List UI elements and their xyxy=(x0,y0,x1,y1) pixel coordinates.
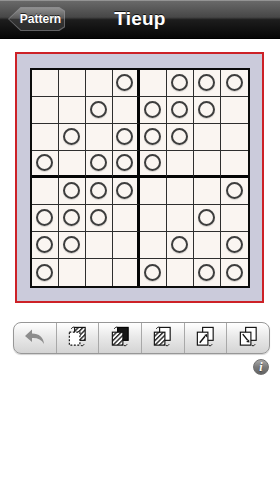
tieup-cell-r1c5[interactable] xyxy=(140,70,167,97)
tieup-grid[interactable] xyxy=(30,68,250,288)
tieup-cell-r8c1[interactable] xyxy=(32,259,59,286)
circle-mark xyxy=(198,209,215,226)
info-icon: i xyxy=(259,361,262,373)
tieup-cell-r1c2[interactable] xyxy=(59,70,86,97)
circle-mark xyxy=(63,236,80,253)
tieup-cell-r4c5[interactable] xyxy=(140,151,167,178)
info-button[interactable]: i xyxy=(253,359,269,375)
tieup-cell-r4c4[interactable] xyxy=(113,151,140,178)
tieup-cell-r1c8[interactable] xyxy=(221,70,248,97)
tieup-cell-r4c3[interactable] xyxy=(86,151,113,178)
tieup-cell-r3c3[interactable] xyxy=(86,124,113,151)
tieup-cell-r6c1[interactable] xyxy=(32,205,59,232)
invert-pattern-button[interactable] xyxy=(99,323,142,353)
tieup-cell-r7c5[interactable] xyxy=(140,232,167,259)
tieup-cell-r6c3[interactable] xyxy=(86,205,113,232)
flip-diagonal-up-icon xyxy=(194,325,217,351)
tieup-cell-r7c6[interactable] xyxy=(167,232,194,259)
tieup-cell-r8c2[interactable] xyxy=(59,259,86,286)
tieup-cell-r5c5[interactable] xyxy=(140,178,167,205)
tieup-cell-r7c2[interactable] xyxy=(59,232,86,259)
circle-mark xyxy=(144,128,161,145)
circle-mark xyxy=(36,154,53,171)
clear-pattern-icon xyxy=(66,325,89,351)
circle-mark xyxy=(90,182,107,199)
tieup-cell-r3c6[interactable] xyxy=(167,124,194,151)
tieup-cell-r3c4[interactable] xyxy=(113,124,140,151)
invert-pattern-icon xyxy=(109,325,132,351)
circle-mark xyxy=(116,74,133,91)
circle-mark xyxy=(226,236,243,253)
tieup-cell-r3c5[interactable] xyxy=(140,124,167,151)
tieup-cell-r1c7[interactable] xyxy=(194,70,221,97)
circle-mark xyxy=(116,154,133,171)
tieup-cell-r2c6[interactable] xyxy=(167,97,194,124)
tieup-cell-r7c7[interactable] xyxy=(194,232,221,259)
tieup-cell-r1c1[interactable] xyxy=(32,70,59,97)
tieup-cell-r8c3[interactable] xyxy=(86,259,113,286)
circle-mark xyxy=(226,182,243,199)
circle-mark xyxy=(116,182,133,199)
tieup-cell-r3c8[interactable] xyxy=(221,124,248,151)
circle-mark xyxy=(171,74,188,91)
navigation-bar: Pattern Tieup xyxy=(0,0,280,39)
circle-mark xyxy=(226,264,243,281)
tieup-cell-r5c7[interactable] xyxy=(194,178,221,205)
tieup-cell-r7c1[interactable] xyxy=(32,232,59,259)
tieup-cell-r2c4[interactable] xyxy=(113,97,140,124)
circle-mark xyxy=(63,209,80,226)
circle-mark xyxy=(171,236,188,253)
circle-mark xyxy=(36,236,53,253)
tieup-cell-r6c8[interactable] xyxy=(221,205,248,232)
tieup-cell-r8c4[interactable] xyxy=(113,259,140,286)
tieup-cell-r2c7[interactable] xyxy=(194,97,221,124)
tieup-cell-r2c2[interactable] xyxy=(59,97,86,124)
circle-mark xyxy=(144,264,161,281)
tieup-cell-r5c3[interactable] xyxy=(86,178,113,205)
tieup-cell-r2c5[interactable] xyxy=(140,97,167,124)
tieup-cell-r8c7[interactable] xyxy=(194,259,221,286)
circle-mark xyxy=(36,209,53,226)
tieup-cell-r8c8[interactable] xyxy=(221,259,248,286)
circle-mark xyxy=(198,101,215,118)
tieup-cell-r5c4[interactable] xyxy=(113,178,140,205)
tieup-cell-r5c1[interactable] xyxy=(32,178,59,205)
tieup-panel xyxy=(15,52,264,303)
copy-pattern-button[interactable] xyxy=(142,323,185,353)
tieup-cell-r6c6[interactable] xyxy=(167,205,194,232)
undo-icon xyxy=(22,327,48,350)
circle-mark xyxy=(144,101,161,118)
tieup-cell-r2c8[interactable] xyxy=(221,97,248,124)
tieup-cell-r5c6[interactable] xyxy=(167,178,194,205)
tieup-cell-r5c8[interactable] xyxy=(221,178,248,205)
circle-mark xyxy=(144,154,161,171)
tieup-cell-r4c7[interactable] xyxy=(194,151,221,178)
clear-pattern-button[interactable] xyxy=(57,323,100,353)
tieup-cell-r1c3[interactable] xyxy=(86,70,113,97)
tieup-cell-r4c8[interactable] xyxy=(221,151,248,178)
tieup-cell-r1c4[interactable] xyxy=(113,70,140,97)
circle-mark xyxy=(63,182,80,199)
app-screen: Pattern Tieup xyxy=(0,0,280,480)
tieup-cell-r3c7[interactable] xyxy=(194,124,221,151)
tieup-cell-r7c8[interactable] xyxy=(221,232,248,259)
tieup-cell-r7c3[interactable] xyxy=(86,232,113,259)
page-title: Tieup xyxy=(0,8,280,30)
tieup-cell-r6c2[interactable] xyxy=(59,205,86,232)
circle-mark xyxy=(90,101,107,118)
tieup-cell-r6c4[interactable] xyxy=(113,205,140,232)
circle-mark xyxy=(198,264,215,281)
circle-mark xyxy=(90,209,107,226)
flip-diagonal-down-icon xyxy=(237,325,260,351)
tieup-cell-r4c2[interactable] xyxy=(59,151,86,178)
tieup-cell-r7c4[interactable] xyxy=(113,232,140,259)
tieup-cell-r6c5[interactable] xyxy=(140,205,167,232)
tieup-cell-r6c7[interactable] xyxy=(194,205,221,232)
circle-mark xyxy=(36,264,53,281)
tieup-cell-r3c1[interactable] xyxy=(32,124,59,151)
tieup-cell-r8c6[interactable] xyxy=(167,259,194,286)
circle-mark xyxy=(63,128,80,145)
tieup-cell-r2c3[interactable] xyxy=(86,97,113,124)
circle-mark xyxy=(90,154,107,171)
circle-mark xyxy=(226,74,243,91)
flip-diagonal-down-button[interactable] xyxy=(227,323,269,353)
circle-mark xyxy=(198,74,215,91)
tieup-cell-r4c1[interactable] xyxy=(32,151,59,178)
tieup-cell-r4c6[interactable] xyxy=(167,151,194,178)
toolbar xyxy=(13,322,270,354)
circle-mark xyxy=(171,128,188,145)
tieup-cell-r3c2[interactable] xyxy=(59,124,86,151)
circle-mark xyxy=(171,101,188,118)
tieup-cell-r5c2[interactable] xyxy=(59,178,86,205)
copy-pattern-icon xyxy=(151,325,174,351)
undo-button[interactable] xyxy=(14,323,57,353)
tieup-cell-r8c5[interactable] xyxy=(140,259,167,286)
flip-diagonal-up-button[interactable] xyxy=(185,323,228,353)
tieup-cell-r1c6[interactable] xyxy=(167,70,194,97)
tieup-cell-r2c1[interactable] xyxy=(32,97,59,124)
circle-mark xyxy=(116,128,133,145)
